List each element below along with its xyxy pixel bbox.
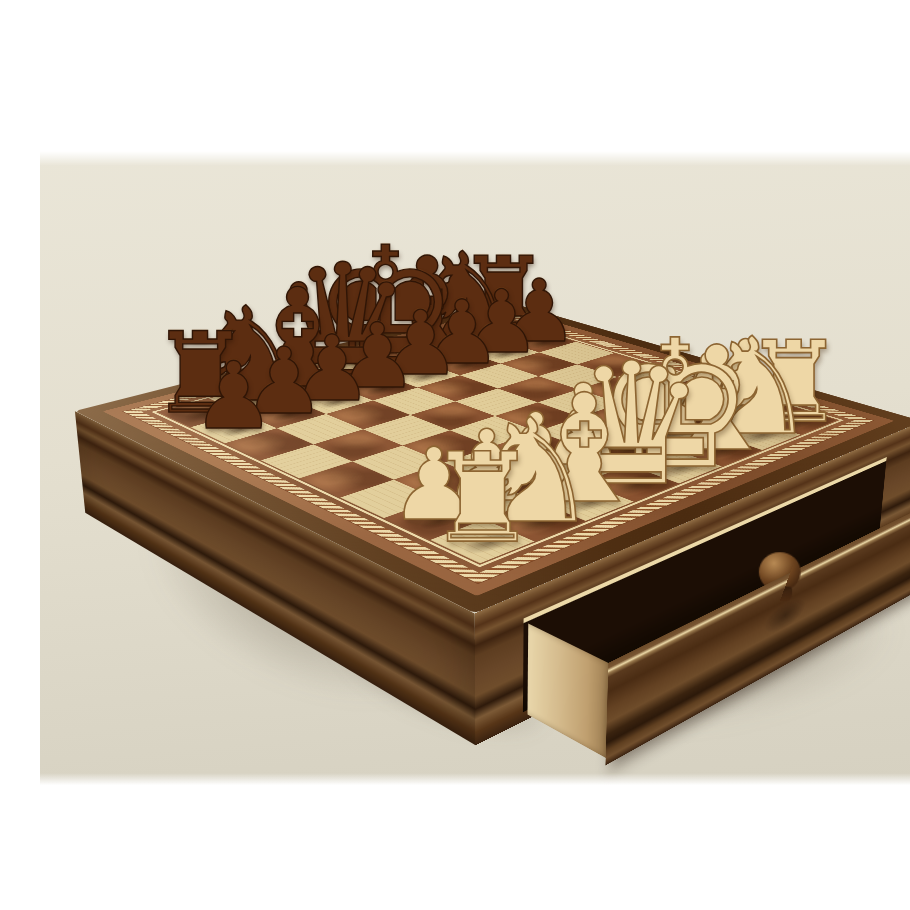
piece-white-rook-a1[interactable]: ♜	[427, 437, 538, 561]
chess-set-scene: Walnut chess case with inlaid maple and …	[40, 16, 910, 910]
background-bottom-band	[40, 773, 910, 910]
piece-black-pawn-a7[interactable]: ♟	[192, 350, 275, 443]
background-top-band	[40, 16, 910, 166]
